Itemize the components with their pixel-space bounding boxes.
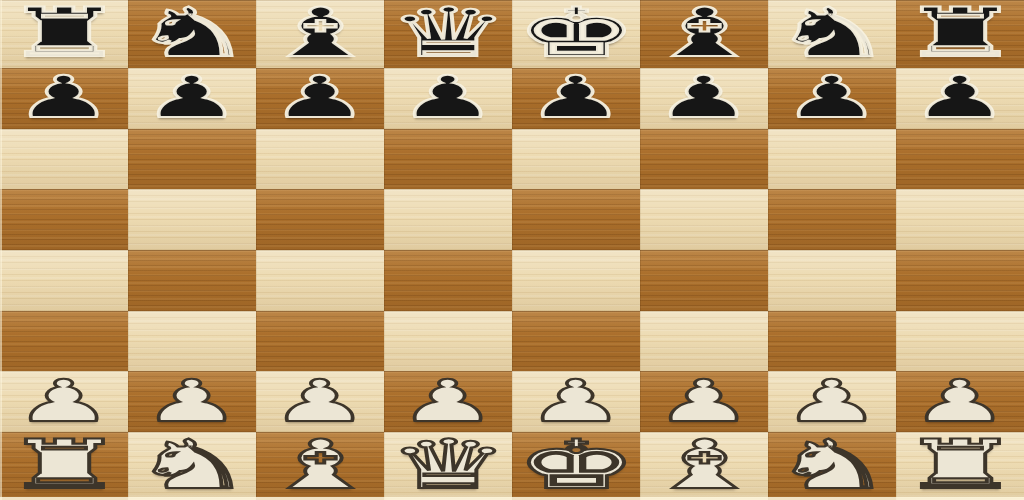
piece-white-pawn: ♟ bbox=[783, 372, 882, 430]
square-g2[interactable]: ♟ bbox=[768, 371, 896, 432]
piece-white-knight: ♞ bbox=[131, 431, 253, 499]
square-h5[interactable] bbox=[896, 189, 1024, 250]
piece-white-pawn: ♟ bbox=[399, 372, 498, 430]
square-c3[interactable] bbox=[256, 311, 384, 372]
piece-black-rook: ♜ bbox=[899, 0, 1021, 67]
square-b7[interactable]: ♟ bbox=[128, 68, 256, 129]
piece-white-king: ♚ bbox=[515, 431, 637, 499]
square-e1[interactable]: ♚ bbox=[512, 432, 640, 500]
square-a5[interactable] bbox=[0, 189, 128, 250]
square-f6[interactable] bbox=[640, 129, 768, 190]
square-c4[interactable] bbox=[256, 250, 384, 311]
piece-white-pawn: ♟ bbox=[271, 372, 370, 430]
square-f5[interactable] bbox=[640, 189, 768, 250]
piece-white-pawn: ♟ bbox=[655, 372, 754, 430]
piece-black-pawn: ♟ bbox=[399, 68, 498, 126]
square-h3[interactable] bbox=[896, 311, 1024, 372]
square-b3[interactable] bbox=[128, 311, 256, 372]
square-b5[interactable] bbox=[128, 189, 256, 250]
piece-black-king: ♚ bbox=[515, 0, 637, 67]
square-e4[interactable] bbox=[512, 250, 640, 311]
piece-white-knight: ♞ bbox=[771, 431, 893, 499]
piece-white-pawn: ♟ bbox=[911, 372, 1010, 430]
piece-black-bishop: ♝ bbox=[643, 0, 765, 67]
square-a6[interactable] bbox=[0, 129, 128, 190]
square-d1[interactable]: ♛ bbox=[384, 432, 512, 500]
square-d3[interactable] bbox=[384, 311, 512, 372]
piece-black-rook: ♜ bbox=[3, 0, 125, 67]
square-c5[interactable] bbox=[256, 189, 384, 250]
square-f4[interactable] bbox=[640, 250, 768, 311]
square-g6[interactable] bbox=[768, 129, 896, 190]
piece-white-bishop: ♝ bbox=[643, 431, 765, 499]
piece-black-knight: ♞ bbox=[131, 0, 253, 67]
piece-black-queen: ♛ bbox=[387, 0, 509, 67]
piece-white-rook: ♜ bbox=[899, 431, 1021, 499]
square-g7[interactable]: ♟ bbox=[768, 68, 896, 129]
square-e7[interactable]: ♟ bbox=[512, 68, 640, 129]
square-b6[interactable] bbox=[128, 129, 256, 190]
square-h7[interactable]: ♟ bbox=[896, 68, 1024, 129]
square-h6[interactable] bbox=[896, 129, 1024, 190]
square-d4[interactable] bbox=[384, 250, 512, 311]
square-a8[interactable]: ♜ bbox=[0, 0, 128, 68]
square-g5[interactable] bbox=[768, 189, 896, 250]
piece-black-pawn: ♟ bbox=[783, 68, 882, 126]
square-g1[interactable]: ♞ bbox=[768, 432, 896, 500]
piece-black-knight: ♞ bbox=[771, 0, 893, 67]
square-c8[interactable]: ♝ bbox=[256, 0, 384, 68]
square-d6[interactable] bbox=[384, 129, 512, 190]
square-d8[interactable]: ♛ bbox=[384, 0, 512, 68]
piece-black-pawn: ♟ bbox=[143, 68, 242, 126]
square-e3[interactable] bbox=[512, 311, 640, 372]
piece-black-pawn: ♟ bbox=[15, 68, 114, 126]
square-f1[interactable]: ♝ bbox=[640, 432, 768, 500]
square-c6[interactable] bbox=[256, 129, 384, 190]
chess-board: ♜♞♝♛♚♝♞♜♟♟♟♟♟♟♟♟♟♟♟♟♟♟♟♟♜♞♝♛♚♝♞♜ bbox=[0, 0, 1024, 500]
square-f7[interactable]: ♟ bbox=[640, 68, 768, 129]
piece-black-pawn: ♟ bbox=[655, 68, 754, 126]
square-e2[interactable]: ♟ bbox=[512, 371, 640, 432]
square-f2[interactable]: ♟ bbox=[640, 371, 768, 432]
square-h2[interactable]: ♟ bbox=[896, 371, 1024, 432]
square-f3[interactable] bbox=[640, 311, 768, 372]
piece-black-pawn: ♟ bbox=[271, 68, 370, 126]
square-b8[interactable]: ♞ bbox=[128, 0, 256, 68]
piece-black-pawn: ♟ bbox=[911, 68, 1010, 126]
square-h4[interactable] bbox=[896, 250, 1024, 311]
piece-black-bishop: ♝ bbox=[259, 0, 381, 67]
piece-white-pawn: ♟ bbox=[15, 372, 114, 430]
square-b1[interactable]: ♞ bbox=[128, 432, 256, 500]
square-g3[interactable] bbox=[768, 311, 896, 372]
square-d5[interactable] bbox=[384, 189, 512, 250]
square-b2[interactable]: ♟ bbox=[128, 371, 256, 432]
square-a3[interactable] bbox=[0, 311, 128, 372]
square-f8[interactable]: ♝ bbox=[640, 0, 768, 68]
square-a4[interactable] bbox=[0, 250, 128, 311]
square-e6[interactable] bbox=[512, 129, 640, 190]
square-b4[interactable] bbox=[128, 250, 256, 311]
square-h8[interactable]: ♜ bbox=[896, 0, 1024, 68]
piece-white-pawn: ♟ bbox=[143, 372, 242, 430]
square-c2[interactable]: ♟ bbox=[256, 371, 384, 432]
square-a2[interactable]: ♟ bbox=[0, 371, 128, 432]
piece-white-queen: ♛ bbox=[387, 431, 509, 499]
square-d7[interactable]: ♟ bbox=[384, 68, 512, 129]
piece-black-pawn: ♟ bbox=[527, 68, 626, 126]
square-d2[interactable]: ♟ bbox=[384, 371, 512, 432]
square-e8[interactable]: ♚ bbox=[512, 0, 640, 68]
piece-white-pawn: ♟ bbox=[527, 372, 626, 430]
square-a7[interactable]: ♟ bbox=[0, 68, 128, 129]
square-g8[interactable]: ♞ bbox=[768, 0, 896, 68]
square-a1[interactable]: ♜ bbox=[0, 432, 128, 500]
square-c7[interactable]: ♟ bbox=[256, 68, 384, 129]
piece-white-bishop: ♝ bbox=[259, 431, 381, 499]
square-g4[interactable] bbox=[768, 250, 896, 311]
piece-white-rook: ♜ bbox=[3, 431, 125, 499]
square-h1[interactable]: ♜ bbox=[896, 432, 1024, 500]
square-c1[interactable]: ♝ bbox=[256, 432, 384, 500]
square-e5[interactable] bbox=[512, 189, 640, 250]
